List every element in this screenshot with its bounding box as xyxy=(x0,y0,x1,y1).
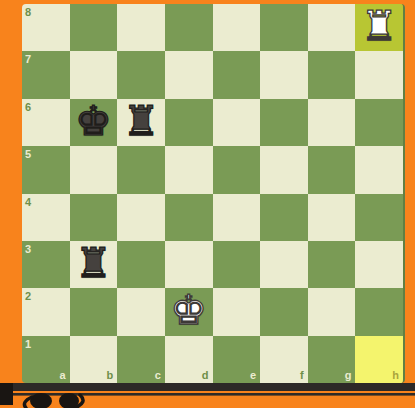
square-b4[interactable] xyxy=(70,194,118,241)
piece-white-rook[interactable]: ♜ xyxy=(361,6,398,47)
file-label-f: f xyxy=(300,370,304,381)
square-h2[interactable] xyxy=(355,288,403,335)
piece-black-rook[interactable]: ♜ xyxy=(75,243,112,284)
rank-label-1: 1 xyxy=(25,339,31,350)
square-d2[interactable]: ♚ xyxy=(165,288,213,335)
square-d6[interactable] xyxy=(165,99,213,146)
rank-label-2: 2 xyxy=(25,291,31,302)
square-e6[interactable] xyxy=(213,99,261,146)
square-d3[interactable] xyxy=(165,241,213,288)
square-a5[interactable]: 5 xyxy=(22,146,70,193)
square-c3[interactable] xyxy=(117,241,165,288)
square-b1[interactable]: b xyxy=(70,336,118,383)
square-g5[interactable] xyxy=(308,146,356,193)
square-f1[interactable]: f xyxy=(260,336,308,383)
square-c7[interactable] xyxy=(117,51,165,98)
square-e5[interactable] xyxy=(213,146,261,193)
square-g4[interactable] xyxy=(308,194,356,241)
square-g8[interactable] xyxy=(308,4,356,51)
table-edge-bar xyxy=(0,383,415,391)
square-e8[interactable] xyxy=(213,4,261,51)
chess-board[interactable]: 8♜76♚♜543♜2♚1abcdefgh xyxy=(22,4,405,383)
square-f6[interactable] xyxy=(260,99,308,146)
square-e7[interactable] xyxy=(213,51,261,98)
square-h3[interactable] xyxy=(355,241,403,288)
square-a4[interactable]: 4 xyxy=(22,194,70,241)
square-b5[interactable] xyxy=(70,146,118,193)
square-h6[interactable] xyxy=(355,99,403,146)
file-label-a: a xyxy=(60,370,66,381)
square-f8[interactable] xyxy=(260,4,308,51)
square-e1[interactable]: e xyxy=(213,336,261,383)
square-f2[interactable] xyxy=(260,288,308,335)
square-c5[interactable] xyxy=(117,146,165,193)
square-g3[interactable] xyxy=(308,241,356,288)
square-b2[interactable] xyxy=(70,288,118,335)
square-h4[interactable] xyxy=(355,194,403,241)
square-b6[interactable]: ♚ xyxy=(70,99,118,146)
square-c4[interactable] xyxy=(117,194,165,241)
piece-white-king[interactable]: ♚ xyxy=(170,290,207,331)
rank-label-6: 6 xyxy=(25,102,31,113)
file-label-h: h xyxy=(392,370,399,381)
square-h7[interactable] xyxy=(355,51,403,98)
piece-black-king[interactable]: ♚ xyxy=(75,101,112,142)
square-e3[interactable] xyxy=(213,241,261,288)
square-f7[interactable] xyxy=(260,51,308,98)
file-label-d: d xyxy=(202,370,209,381)
square-h8[interactable]: ♜ xyxy=(355,4,403,51)
square-e4[interactable] xyxy=(213,194,261,241)
rank-label-8: 8 xyxy=(25,7,31,18)
square-f5[interactable] xyxy=(260,146,308,193)
square-b7[interactable] xyxy=(70,51,118,98)
piece-black-rook[interactable]: ♜ xyxy=(123,101,160,142)
square-a7[interactable]: 7 xyxy=(22,51,70,98)
square-c8[interactable] xyxy=(117,4,165,51)
rank-label-4: 4 xyxy=(25,197,31,208)
square-a1[interactable]: 1a xyxy=(22,336,70,383)
square-d5[interactable] xyxy=(165,146,213,193)
square-g7[interactable] xyxy=(308,51,356,98)
square-h5[interactable] xyxy=(355,146,403,193)
square-d7[interactable] xyxy=(165,51,213,98)
square-c1[interactable]: c xyxy=(117,336,165,383)
file-label-b: b xyxy=(107,370,114,381)
square-b8[interactable] xyxy=(70,4,118,51)
under-board-decoration xyxy=(0,383,415,408)
square-g6[interactable] xyxy=(308,99,356,146)
square-d8[interactable] xyxy=(165,4,213,51)
square-f4[interactable] xyxy=(260,194,308,241)
square-d4[interactable] xyxy=(165,194,213,241)
file-label-e: e xyxy=(250,370,256,381)
square-d1[interactable]: d xyxy=(165,336,213,383)
file-label-c: c xyxy=(155,370,161,381)
page-background: { "game": "chess", "position": { "fen": … xyxy=(0,0,415,408)
square-a2[interactable]: 2 xyxy=(22,288,70,335)
square-a6[interactable]: 6 xyxy=(22,99,70,146)
square-g2[interactable] xyxy=(308,288,356,335)
square-a8[interactable]: 8 xyxy=(22,4,70,51)
rank-label-3: 3 xyxy=(25,244,31,255)
square-f3[interactable] xyxy=(260,241,308,288)
square-c2[interactable] xyxy=(117,288,165,335)
file-label-g: g xyxy=(345,370,352,381)
square-g1[interactable]: g xyxy=(308,336,356,383)
square-h1[interactable]: h xyxy=(355,336,403,383)
left-black-block xyxy=(0,383,13,405)
rank-label-5: 5 xyxy=(25,149,31,160)
square-a3[interactable]: 3 xyxy=(22,241,70,288)
rank-label-7: 7 xyxy=(25,54,31,65)
square-c6[interactable]: ♜ xyxy=(117,99,165,146)
square-b3[interactable]: ♜ xyxy=(70,241,118,288)
square-e2[interactable] xyxy=(213,288,261,335)
